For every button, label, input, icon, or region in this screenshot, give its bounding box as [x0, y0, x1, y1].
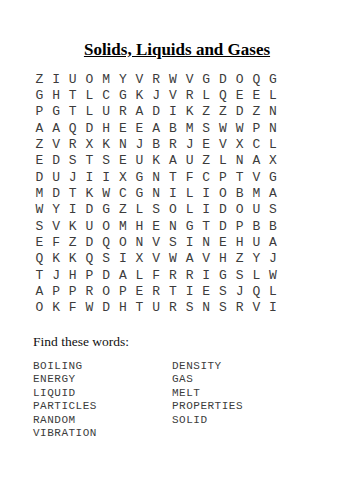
- grid-cell: Z: [114, 202, 131, 218]
- grid-cell: O: [98, 218, 115, 234]
- grid-cell: D: [81, 234, 98, 250]
- grid-cell: J: [181, 136, 198, 152]
- grid-cell: J: [148, 87, 165, 103]
- grid-cell: O: [114, 234, 131, 250]
- grid-cell: G: [31, 87, 48, 103]
- grid-cell: S: [265, 202, 282, 218]
- grid-cell: W: [165, 71, 182, 87]
- grid-cell: R: [148, 71, 165, 87]
- grid-cell: I: [165, 104, 182, 120]
- grid-cell: I: [64, 202, 81, 218]
- grid-cell: P: [48, 283, 65, 299]
- grid-cell: H: [98, 120, 115, 136]
- grid-cell: D: [215, 71, 232, 87]
- grid-cell: P: [114, 283, 131, 299]
- grid-cell: S: [165, 234, 182, 250]
- grid-cell: L: [248, 267, 265, 283]
- grid-cell: N: [198, 234, 215, 250]
- grid-cell: T: [64, 185, 81, 201]
- grid-cell: J: [131, 136, 148, 152]
- grid-cell: Y: [248, 251, 265, 267]
- grid-cell: W: [31, 202, 48, 218]
- grid-cell: D: [148, 104, 165, 120]
- grid-cell: D: [31, 169, 48, 185]
- grid-cell: K: [148, 153, 165, 169]
- grid-cell: A: [181, 251, 198, 267]
- grid-cell: H: [215, 251, 232, 267]
- grid-cell: S: [64, 153, 81, 169]
- grid-cell: F: [48, 234, 65, 250]
- grid-cell: Z: [231, 251, 248, 267]
- grid-cell: N: [265, 104, 282, 120]
- grid-cell: B: [231, 185, 248, 201]
- grid-cell: B: [165, 120, 182, 136]
- grid-cell: W: [231, 120, 248, 136]
- grid-cell: L: [81, 87, 98, 103]
- word-list-right: DENSITY GAS MELT PROPERTIES SOLID: [172, 360, 243, 427]
- grid-cell: V: [248, 300, 265, 316]
- word-list-item: VIBRATION: [33, 427, 97, 440]
- grid-cell: E: [231, 87, 248, 103]
- grid-cell: L: [198, 87, 215, 103]
- grid-cell: U: [98, 104, 115, 120]
- grid-cell: U: [181, 153, 198, 169]
- word-list-item: LIQUID: [33, 387, 97, 400]
- grid-cell: T: [165, 283, 182, 299]
- grid-cell: L: [265, 87, 282, 103]
- grid-cell: L: [265, 283, 282, 299]
- grid-cell: J: [231, 283, 248, 299]
- grid-cell: N: [114, 136, 131, 152]
- grid-cell: I: [114, 251, 131, 267]
- grid-cell: Z: [31, 71, 48, 87]
- word-list-item: MELT: [172, 387, 243, 400]
- grid-cell: A: [265, 185, 282, 201]
- grid-cell: I: [198, 185, 215, 201]
- grid-cell: Z: [198, 104, 215, 120]
- grid-cell: T: [81, 153, 98, 169]
- grid-cell: D: [215, 202, 232, 218]
- grid-cell: G: [265, 169, 282, 185]
- find-words-label: Find these words:: [33, 334, 129, 350]
- grid-cell: E: [148, 218, 165, 234]
- grid-cell: E: [31, 234, 48, 250]
- grid-cell: U: [131, 153, 148, 169]
- grid-cell: W: [215, 120, 232, 136]
- grid-cell: B: [148, 136, 165, 152]
- grid-cell: O: [231, 202, 248, 218]
- grid-cell: P: [64, 283, 81, 299]
- grid-cell: N: [148, 169, 165, 185]
- grid-cell: N: [131, 234, 148, 250]
- puzzle-title: Solids, Liquids and Gases: [0, 40, 354, 60]
- grid-cell: O: [165, 202, 182, 218]
- grid-cell: X: [265, 153, 282, 169]
- grid-cell: Q: [31, 251, 48, 267]
- grid-cell: A: [31, 283, 48, 299]
- grid-cell: X: [81, 136, 98, 152]
- grid-cell: R: [231, 300, 248, 316]
- grid-cell: V: [48, 218, 65, 234]
- grid-cell: R: [64, 136, 81, 152]
- grid-cell: B: [265, 218, 282, 234]
- word-list-item: DENSITY: [172, 360, 243, 373]
- grid-cell: A: [265, 234, 282, 250]
- word-list-item: RANDOM: [33, 414, 97, 427]
- grid-cell: V: [198, 251, 215, 267]
- word-list-left: BOILING ENERGY LIQUID PARTICLES RANDOM V…: [33, 360, 97, 440]
- grid-cell: G: [98, 202, 115, 218]
- grid-cell: J: [64, 169, 81, 185]
- grid-cell: C: [198, 169, 215, 185]
- grid-cell: W: [265, 267, 282, 283]
- grid-cell: T: [64, 104, 81, 120]
- grid-cell: S: [198, 120, 215, 136]
- grid-cell: R: [114, 104, 131, 120]
- grid-cell: A: [48, 120, 65, 136]
- grid-cell: H: [131, 218, 148, 234]
- grid-cell: R: [165, 267, 182, 283]
- grid-cell: I: [165, 185, 182, 201]
- grid-cell: G: [215, 267, 232, 283]
- grid-cell: V: [165, 87, 182, 103]
- grid-cell: O: [98, 283, 115, 299]
- grid-cell: Z: [215, 104, 232, 120]
- grid-cell: E: [114, 153, 131, 169]
- grid-cell: U: [81, 218, 98, 234]
- grid-cell: R: [81, 283, 98, 299]
- grid-cell: I: [265, 300, 282, 316]
- grid-cell: H: [114, 300, 131, 316]
- grid-cell: D: [98, 300, 115, 316]
- grid-cell: G: [114, 87, 131, 103]
- grid-cell: D: [48, 153, 65, 169]
- grid-cell: M: [248, 185, 265, 201]
- grid-cell: Q: [64, 120, 81, 136]
- grid-cell: V: [48, 136, 65, 152]
- grid-cell: N: [165, 218, 182, 234]
- word-list-item: ENERGY: [33, 373, 97, 386]
- grid-cell: J: [265, 251, 282, 267]
- grid-cell: Z: [198, 153, 215, 169]
- grid-cell: L: [265, 136, 282, 152]
- grid-cell: F: [64, 300, 81, 316]
- grid-cell: G: [198, 71, 215, 87]
- grid-cell: S: [215, 300, 232, 316]
- grid-cell: K: [48, 300, 65, 316]
- grid-cell: S: [231, 267, 248, 283]
- grid-cell: V: [215, 136, 232, 152]
- grid-cell: O: [215, 185, 232, 201]
- grid-cell: Y: [48, 202, 65, 218]
- grid-cell: Q: [81, 251, 98, 267]
- grid-cell: G: [131, 185, 148, 201]
- grid-cell: L: [131, 267, 148, 283]
- grid-cell: O: [231, 71, 248, 87]
- grid-cell: G: [265, 71, 282, 87]
- grid-cell: E: [31, 153, 48, 169]
- worksheet-page: Solids, Liquids and Gases ZIUOMYVRWVGDOQ…: [0, 0, 354, 500]
- grid-cell: K: [131, 87, 148, 103]
- grid-cell: F: [148, 267, 165, 283]
- grid-cell: T: [64, 87, 81, 103]
- grid-cell: U: [248, 202, 265, 218]
- grid-cell: I: [198, 267, 215, 283]
- grid-cell: X: [114, 169, 131, 185]
- grid-cell: S: [148, 202, 165, 218]
- grid-cell: U: [64, 71, 81, 87]
- grid-cell: E: [131, 283, 148, 299]
- word-list-item: PROPERTIES: [172, 400, 243, 413]
- grid-cell: U: [248, 234, 265, 250]
- grid-cell: M: [114, 218, 131, 234]
- grid-cell: J: [48, 267, 65, 283]
- grid-cell: K: [64, 251, 81, 267]
- grid-cell: S: [31, 218, 48, 234]
- grid-cell: D: [231, 104, 248, 120]
- grid-cell: D: [81, 120, 98, 136]
- grid-cell: E: [198, 136, 215, 152]
- grid-cell: G: [181, 218, 198, 234]
- grid-cell: B: [248, 218, 265, 234]
- grid-cell: Q: [215, 87, 232, 103]
- grid-cell: L: [181, 202, 198, 218]
- grid-cell: Z: [31, 136, 48, 152]
- grid-cell: V: [181, 71, 198, 87]
- grid-cell: O: [81, 71, 98, 87]
- grid-cell: R: [181, 87, 198, 103]
- grid-cell: A: [114, 267, 131, 283]
- grid-cell: I: [198, 202, 215, 218]
- grid-cell: Z: [248, 104, 265, 120]
- grid-cell: D: [81, 202, 98, 218]
- grid-cell: C: [98, 87, 115, 103]
- grid-cell: N: [231, 153, 248, 169]
- grid-cell: T: [231, 169, 248, 185]
- word-list-item: BOILING: [33, 360, 97, 373]
- grid-cell: U: [148, 300, 165, 316]
- grid-cell: D: [215, 218, 232, 234]
- grid-cell: G: [48, 104, 65, 120]
- grid-cell: C: [248, 136, 265, 152]
- grid-cell: L: [81, 104, 98, 120]
- grid-cell: M: [98, 71, 115, 87]
- word-search-grid: ZIUOMYVRWVGDOQGGHTLCGKJVRLQEELPGTLURADIK…: [31, 71, 281, 316]
- grid-cell: S: [98, 153, 115, 169]
- grid-cell: V: [131, 71, 148, 87]
- grid-cell: U: [48, 169, 65, 185]
- grid-cell: G: [131, 169, 148, 185]
- grid-cell: R: [148, 283, 165, 299]
- grid-cell: P: [248, 120, 265, 136]
- grid-cell: V: [148, 251, 165, 267]
- grid-cell: P: [81, 267, 98, 283]
- grid-cell: E: [248, 87, 265, 103]
- grid-cell: R: [181, 267, 198, 283]
- grid-cell: P: [215, 169, 232, 185]
- grid-cell: A: [248, 153, 265, 169]
- grid-cell: Q: [248, 283, 265, 299]
- grid-cell: L: [181, 185, 198, 201]
- grid-cell: I: [181, 283, 198, 299]
- grid-cell: P: [231, 218, 248, 234]
- grid-cell: I: [181, 234, 198, 250]
- grid-cell: V: [148, 234, 165, 250]
- grid-cell: D: [48, 185, 65, 201]
- grid-cell: Q: [248, 71, 265, 87]
- grid-cell: C: [114, 185, 131, 201]
- word-list-item: SOLID: [172, 414, 243, 427]
- grid-cell: M: [31, 185, 48, 201]
- grid-cell: K: [48, 251, 65, 267]
- grid-cell: X: [231, 136, 248, 152]
- grid-cell: A: [131, 104, 148, 120]
- grid-cell: I: [81, 169, 98, 185]
- grid-cell: K: [181, 104, 198, 120]
- grid-cell: X: [131, 251, 148, 267]
- grid-cell: P: [31, 104, 48, 120]
- grid-cell: K: [98, 136, 115, 152]
- grid-cell: W: [81, 300, 98, 316]
- grid-cell: T: [165, 169, 182, 185]
- grid-cell: Y: [114, 71, 131, 87]
- grid-cell: L: [131, 202, 148, 218]
- grid-cell: I: [98, 169, 115, 185]
- grid-cell: T: [31, 267, 48, 283]
- grid-cell: L: [215, 153, 232, 169]
- grid-cell: M: [181, 120, 198, 136]
- grid-cell: D: [98, 267, 115, 283]
- grid-cell: A: [148, 120, 165, 136]
- grid-cell: N: [265, 120, 282, 136]
- grid-cell: K: [64, 218, 81, 234]
- grid-cell: T: [198, 218, 215, 234]
- grid-cell: E: [215, 234, 232, 250]
- grid-cell: Z: [64, 234, 81, 250]
- grid-cell: N: [148, 185, 165, 201]
- grid-cell: H: [48, 87, 65, 103]
- grid-cell: W: [165, 251, 182, 267]
- grid-cell: E: [114, 120, 131, 136]
- grid-cell: I: [48, 71, 65, 87]
- grid-cell: T: [131, 300, 148, 316]
- grid-cell: R: [165, 136, 182, 152]
- grid-cell: O: [31, 300, 48, 316]
- grid-cell: K: [81, 185, 98, 201]
- grid-cell: Q: [98, 234, 115, 250]
- grid-cell: E: [131, 120, 148, 136]
- grid-cell: S: [98, 251, 115, 267]
- word-list-item: PARTICLES: [33, 400, 97, 413]
- grid-cell: H: [231, 234, 248, 250]
- grid-cell: S: [215, 283, 232, 299]
- grid-cell: N: [198, 300, 215, 316]
- grid-cell: F: [181, 169, 198, 185]
- grid-cell: A: [31, 120, 48, 136]
- grid-cell: W: [98, 185, 115, 201]
- grid-cell: H: [64, 267, 81, 283]
- grid-cell: A: [165, 153, 182, 169]
- grid-cell: V: [248, 169, 265, 185]
- grid-cell: E: [198, 283, 215, 299]
- word-list-item: GAS: [172, 373, 243, 386]
- grid-cell: R: [165, 300, 182, 316]
- grid-cell: S: [181, 300, 198, 316]
